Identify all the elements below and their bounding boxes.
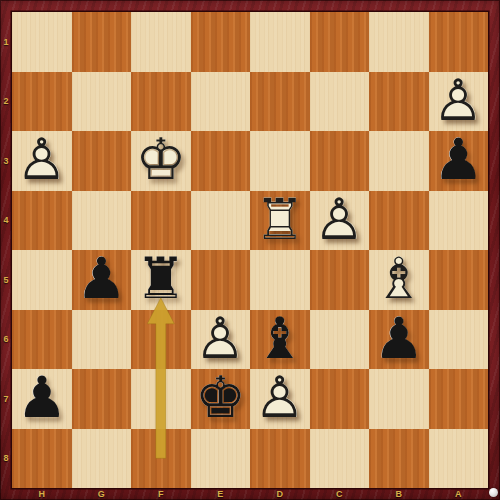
square-h3[interactable]: ♟♙ <box>12 131 72 191</box>
piece-black-king[interactable]: ♔♚ <box>191 369 251 429</box>
square-a1[interactable] <box>429 12 489 72</box>
square-g3[interactable] <box>72 131 132 191</box>
square-c7[interactable] <box>310 369 370 429</box>
piece-black-pawn[interactable]: ♙♟ <box>72 250 132 310</box>
square-a6[interactable] <box>429 310 489 370</box>
chess-board-frame: ♟♙♟♙♚♔♙♟♜♖♟♙♙♟♖♜♝♗♟♙♗♝♙♟♙♟♔♚♟♙ 12345678 … <box>0 0 500 500</box>
piece-white-king[interactable]: ♚♔ <box>131 131 191 191</box>
square-b7[interactable] <box>369 369 429 429</box>
piece-white-rook[interactable]: ♜♖ <box>250 191 310 251</box>
square-a7[interactable] <box>429 369 489 429</box>
square-c5[interactable] <box>310 250 370 310</box>
square-h7[interactable]: ♙♟ <box>12 369 72 429</box>
square-b2[interactable] <box>369 72 429 132</box>
square-h2[interactable] <box>12 72 72 132</box>
file-label-c: C <box>310 488 370 500</box>
square-a3[interactable]: ♙♟ <box>429 131 489 191</box>
square-e4[interactable] <box>191 191 251 251</box>
square-b5[interactable]: ♝♗ <box>369 250 429 310</box>
square-e1[interactable] <box>191 12 251 72</box>
square-c3[interactable] <box>310 131 370 191</box>
file-label-d: D <box>250 488 310 500</box>
square-e2[interactable] <box>191 72 251 132</box>
square-b6[interactable]: ♙♟ <box>369 310 429 370</box>
square-b3[interactable] <box>369 131 429 191</box>
square-c2[interactable] <box>310 72 370 132</box>
rank-label-3: 3 <box>0 131 12 191</box>
square-c8[interactable] <box>310 429 370 489</box>
square-b8[interactable] <box>369 429 429 489</box>
piece-white-pawn[interactable]: ♟♙ <box>191 310 251 370</box>
square-g5[interactable]: ♙♟ <box>72 250 132 310</box>
square-g7[interactable] <box>72 369 132 429</box>
square-b4[interactable] <box>369 191 429 251</box>
square-d5[interactable] <box>250 250 310 310</box>
piece-black-pawn[interactable]: ♙♟ <box>12 369 72 429</box>
square-h4[interactable] <box>12 191 72 251</box>
rank-label-7: 7 <box>0 369 12 429</box>
square-a8[interactable] <box>429 429 489 489</box>
piece-white-pawn[interactable]: ♟♙ <box>310 191 370 251</box>
board: ♟♙♟♙♚♔♙♟♜♖♟♙♙♟♖♜♝♗♟♙♗♝♙♟♙♟♔♚♟♙ <box>12 12 488 488</box>
square-c1[interactable] <box>310 12 370 72</box>
rank-label-6: 6 <box>0 310 12 370</box>
file-label-f: F <box>131 488 191 500</box>
file-label-h: H <box>12 488 72 500</box>
square-f3[interactable]: ♚♔ <box>131 131 191 191</box>
file-label-b: B <box>369 488 429 500</box>
square-h5[interactable] <box>12 250 72 310</box>
square-g1[interactable] <box>72 12 132 72</box>
file-label-e: E <box>191 488 251 500</box>
square-c6[interactable] <box>310 310 370 370</box>
piece-black-pawn[interactable]: ♙♟ <box>429 131 489 191</box>
rank-label-8: 8 <box>0 429 12 489</box>
square-f4[interactable] <box>131 191 191 251</box>
rank-label-1: 1 <box>0 12 12 72</box>
rank-label-5: 5 <box>0 250 12 310</box>
square-f8[interactable] <box>131 429 191 489</box>
square-d7[interactable]: ♟♙ <box>250 369 310 429</box>
square-f1[interactable] <box>131 12 191 72</box>
square-c4[interactable]: ♟♙ <box>310 191 370 251</box>
square-f7[interactable] <box>131 369 191 429</box>
square-a2[interactable]: ♟♙ <box>429 72 489 132</box>
piece-white-pawn[interactable]: ♟♙ <box>250 369 310 429</box>
square-d1[interactable] <box>250 12 310 72</box>
square-a4[interactable] <box>429 191 489 251</box>
piece-black-rook[interactable]: ♖♜ <box>131 250 191 310</box>
square-g6[interactable] <box>72 310 132 370</box>
square-g4[interactable] <box>72 191 132 251</box>
rank-label-2: 2 <box>0 72 12 132</box>
file-label-a: A <box>429 488 489 500</box>
piece-white-bishop[interactable]: ♝♗ <box>369 250 429 310</box>
square-e6[interactable]: ♟♙ <box>191 310 251 370</box>
square-e8[interactable] <box>191 429 251 489</box>
square-f6[interactable] <box>131 310 191 370</box>
rank-label-4: 4 <box>0 191 12 251</box>
square-h6[interactable] <box>12 310 72 370</box>
square-d3[interactable] <box>250 131 310 191</box>
square-h1[interactable] <box>12 12 72 72</box>
square-h8[interactable] <box>12 429 72 489</box>
square-d2[interactable] <box>250 72 310 132</box>
square-b1[interactable] <box>369 12 429 72</box>
square-g8[interactable] <box>72 429 132 489</box>
square-a5[interactable] <box>429 250 489 310</box>
square-e3[interactable] <box>191 131 251 191</box>
square-g2[interactable] <box>72 72 132 132</box>
square-d8[interactable] <box>250 429 310 489</box>
square-e5[interactable] <box>191 250 251 310</box>
square-e7[interactable]: ♔♚ <box>191 369 251 429</box>
piece-black-bishop[interactable]: ♗♝ <box>250 310 310 370</box>
file-label-g: G <box>72 488 132 500</box>
square-d4[interactable]: ♜♖ <box>250 191 310 251</box>
square-d6[interactable]: ♗♝ <box>250 310 310 370</box>
side-to-move-indicator <box>489 488 498 497</box>
square-f2[interactable] <box>131 72 191 132</box>
piece-black-pawn[interactable]: ♙♟ <box>369 310 429 370</box>
square-f5[interactable]: ♖♜ <box>131 250 191 310</box>
piece-white-pawn[interactable]: ♟♙ <box>429 72 489 132</box>
piece-white-pawn[interactable]: ♟♙ <box>12 131 72 191</box>
